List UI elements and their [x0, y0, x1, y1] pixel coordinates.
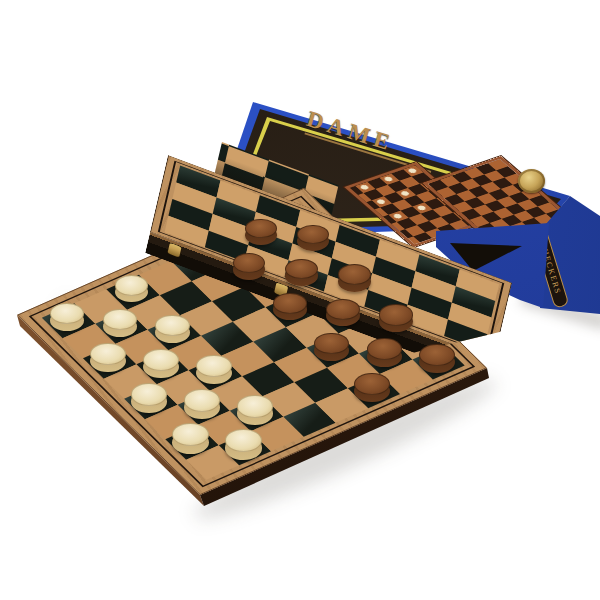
hinge-icon: [274, 282, 288, 297]
product-photo: DAME CHECKERS: [0, 0, 600, 600]
gold-seal-icon: [518, 169, 545, 193]
hinge-icon: [167, 243, 181, 258]
